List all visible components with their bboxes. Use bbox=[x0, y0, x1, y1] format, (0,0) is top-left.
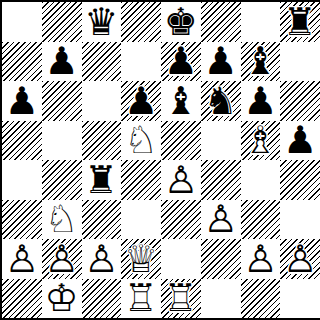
white-piece-fill: ♞ bbox=[42, 200, 82, 240]
square-f5[interactable] bbox=[201, 121, 241, 161]
piece-black-rook: ♜ bbox=[82, 160, 122, 200]
piece-white-king: ♚♔ bbox=[42, 279, 82, 319]
white-piece-outline: ♖ bbox=[121, 279, 161, 319]
piece-white-queen: ♛♕ bbox=[121, 239, 161, 279]
white-piece-fill: ♟ bbox=[241, 239, 281, 279]
square-c3[interactable] bbox=[82, 200, 122, 240]
square-b6[interactable] bbox=[42, 81, 82, 121]
square-e1[interactable]: ♜♖ bbox=[161, 279, 201, 319]
square-f4[interactable] bbox=[201, 160, 241, 200]
square-b2[interactable]: ♟♙ bbox=[42, 239, 82, 279]
piece-black-knight: ♞ bbox=[201, 81, 241, 121]
square-a8[interactable] bbox=[2, 2, 42, 42]
black-piece-glyph: ♝ bbox=[241, 42, 281, 82]
black-piece-glyph: ♟ bbox=[2, 81, 42, 121]
square-h7[interactable] bbox=[280, 42, 320, 82]
piece-black-pawn: ♟ bbox=[241, 81, 281, 121]
piece-black-bishop: ♝ bbox=[161, 81, 201, 121]
square-b1[interactable]: ♚♔ bbox=[42, 279, 82, 319]
square-d2[interactable]: ♛♕ bbox=[121, 239, 161, 279]
square-f7[interactable]: ♟ bbox=[201, 42, 241, 82]
piece-white-pawn: ♟♙ bbox=[2, 239, 42, 279]
piece-black-king: ♚ bbox=[161, 2, 201, 42]
white-piece-fill: ♚ bbox=[42, 279, 82, 319]
square-d1[interactable]: ♜♖ bbox=[121, 279, 161, 319]
square-d3[interactable] bbox=[121, 200, 161, 240]
square-e6[interactable]: ♝ bbox=[161, 81, 201, 121]
black-piece-glyph: ♜ bbox=[82, 160, 122, 200]
piece-black-pawn: ♟ bbox=[42, 42, 82, 82]
piece-white-knight: ♞♘ bbox=[42, 200, 82, 240]
piece-white-pawn: ♟♙ bbox=[82, 239, 122, 279]
white-piece-outline: ♙ bbox=[161, 160, 201, 200]
square-h4[interactable] bbox=[280, 160, 320, 200]
piece-black-pawn: ♟ bbox=[121, 81, 161, 121]
chess-board: ♛♚♜♟♟♟♝♟♟♝♞♟♞♘♝♗♟♜♟♙♞♘♟♙♟♙♟♙♟♙♛♕♟♙♟♙♚♔♜♖… bbox=[0, 0, 320, 320]
square-c5[interactable] bbox=[82, 121, 122, 161]
square-a7[interactable] bbox=[2, 42, 42, 82]
piece-white-pawn: ♟♙ bbox=[280, 239, 320, 279]
white-piece-fill: ♜ bbox=[121, 279, 161, 319]
square-c4[interactable]: ♜ bbox=[82, 160, 122, 200]
piece-black-pawn: ♟ bbox=[280, 121, 320, 161]
black-piece-glyph: ♟ bbox=[42, 42, 82, 82]
square-e4[interactable]: ♟♙ bbox=[161, 160, 201, 200]
square-d5[interactable]: ♞♘ bbox=[121, 121, 161, 161]
white-piece-outline: ♘ bbox=[121, 121, 161, 161]
white-piece-outline: ♙ bbox=[42, 239, 82, 279]
white-piece-fill: ♞ bbox=[121, 121, 161, 161]
square-g3[interactable] bbox=[241, 200, 281, 240]
square-f8[interactable] bbox=[201, 2, 241, 42]
square-f2[interactable] bbox=[201, 239, 241, 279]
square-h1[interactable] bbox=[280, 279, 320, 319]
square-d4[interactable] bbox=[121, 160, 161, 200]
square-f6[interactable]: ♞ bbox=[201, 81, 241, 121]
white-piece-fill: ♟ bbox=[161, 160, 201, 200]
black-piece-glyph: ♜ bbox=[280, 2, 320, 42]
white-piece-fill: ♝ bbox=[241, 121, 281, 161]
black-piece-glyph: ♟ bbox=[280, 121, 320, 161]
white-piece-fill: ♟ bbox=[280, 239, 320, 279]
white-piece-outline: ♔ bbox=[42, 279, 82, 319]
white-piece-outline: ♙ bbox=[280, 239, 320, 279]
black-piece-glyph: ♟ bbox=[161, 42, 201, 82]
white-piece-outline: ♘ bbox=[42, 200, 82, 240]
square-e8[interactable]: ♚ bbox=[161, 2, 201, 42]
square-h5[interactable]: ♟ bbox=[280, 121, 320, 161]
square-a5[interactable] bbox=[2, 121, 42, 161]
square-a4[interactable] bbox=[2, 160, 42, 200]
white-piece-outline: ♖ bbox=[161, 279, 201, 319]
white-piece-outline: ♙ bbox=[241, 239, 281, 279]
square-b3[interactable]: ♞♘ bbox=[42, 200, 82, 240]
piece-white-pawn: ♟♙ bbox=[201, 200, 241, 240]
square-e3[interactable] bbox=[161, 200, 201, 240]
square-d6[interactable]: ♟ bbox=[121, 81, 161, 121]
white-piece-fill: ♟ bbox=[2, 239, 42, 279]
square-e7[interactable]: ♟ bbox=[161, 42, 201, 82]
square-h2[interactable]: ♟♙ bbox=[280, 239, 320, 279]
square-a6[interactable]: ♟ bbox=[2, 81, 42, 121]
piece-white-rook: ♜♖ bbox=[161, 279, 201, 319]
white-piece-outline: ♙ bbox=[2, 239, 42, 279]
white-piece-fill: ♟ bbox=[42, 239, 82, 279]
piece-black-pawn: ♟ bbox=[2, 81, 42, 121]
white-piece-outline: ♗ bbox=[241, 121, 281, 161]
square-g2[interactable]: ♟♙ bbox=[241, 239, 281, 279]
square-f1[interactable] bbox=[201, 279, 241, 319]
square-c6[interactable] bbox=[82, 81, 122, 121]
square-c2[interactable]: ♟♙ bbox=[82, 239, 122, 279]
white-piece-fill: ♟ bbox=[82, 239, 122, 279]
square-e2[interactable] bbox=[161, 239, 201, 279]
black-piece-glyph: ♚ bbox=[161, 2, 201, 42]
piece-black-pawn: ♟ bbox=[161, 42, 201, 82]
square-h8[interactable]: ♜ bbox=[280, 2, 320, 42]
square-f3[interactable]: ♟♙ bbox=[201, 200, 241, 240]
square-c7[interactable] bbox=[82, 42, 122, 82]
square-g6[interactable]: ♟ bbox=[241, 81, 281, 121]
square-b8[interactable] bbox=[42, 2, 82, 42]
piece-black-pawn: ♟ bbox=[201, 42, 241, 82]
white-piece-fill: ♟ bbox=[201, 200, 241, 240]
black-piece-glyph: ♟ bbox=[201, 42, 241, 82]
square-g8[interactable] bbox=[241, 2, 281, 42]
piece-white-knight: ♞♘ bbox=[121, 121, 161, 161]
square-d8[interactable] bbox=[121, 2, 161, 42]
square-g5[interactable]: ♝♗ bbox=[241, 121, 281, 161]
piece-white-pawn: ♟♙ bbox=[241, 239, 281, 279]
square-c1[interactable] bbox=[82, 279, 122, 319]
square-g1[interactable] bbox=[241, 279, 281, 319]
square-b7[interactable]: ♟ bbox=[42, 42, 82, 82]
piece-black-queen: ♛ bbox=[82, 2, 122, 42]
square-b5[interactable] bbox=[42, 121, 82, 161]
square-g4[interactable] bbox=[241, 160, 281, 200]
square-e5[interactable] bbox=[161, 121, 201, 161]
white-piece-fill: ♛ bbox=[121, 239, 161, 279]
black-piece-glyph: ♛ bbox=[82, 2, 122, 42]
piece-black-rook: ♜ bbox=[280, 2, 320, 42]
square-c8[interactable]: ♛ bbox=[82, 2, 122, 42]
piece-white-rook: ♜♖ bbox=[121, 279, 161, 319]
square-h6[interactable] bbox=[280, 81, 320, 121]
square-b4[interactable] bbox=[42, 160, 82, 200]
white-piece-outline: ♕ bbox=[121, 239, 161, 279]
square-a2[interactable]: ♟♙ bbox=[2, 239, 42, 279]
white-piece-fill: ♜ bbox=[161, 279, 201, 319]
square-h3[interactable] bbox=[280, 200, 320, 240]
piece-white-pawn: ♟♙ bbox=[161, 160, 201, 200]
black-piece-glyph: ♟ bbox=[121, 81, 161, 121]
piece-white-pawn: ♟♙ bbox=[42, 239, 82, 279]
black-piece-glyph: ♝ bbox=[161, 81, 201, 121]
square-a1[interactable] bbox=[2, 279, 42, 319]
white-piece-outline: ♙ bbox=[201, 200, 241, 240]
piece-black-bishop: ♝ bbox=[241, 42, 281, 82]
black-piece-glyph: ♞ bbox=[201, 81, 241, 121]
piece-white-bishop: ♝♗ bbox=[241, 121, 281, 161]
square-g7[interactable]: ♝ bbox=[241, 42, 281, 82]
square-d7[interactable] bbox=[121, 42, 161, 82]
black-piece-glyph: ♟ bbox=[241, 81, 281, 121]
square-a3[interactable] bbox=[2, 200, 42, 240]
white-piece-outline: ♙ bbox=[82, 239, 122, 279]
